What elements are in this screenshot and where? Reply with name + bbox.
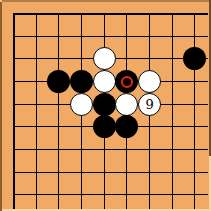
grid-line-vertical [194,13,195,210]
black-stone [47,70,70,93]
white-stone [115,93,138,116]
black-stone [93,115,116,138]
board-frame-corner [0,0,2,2]
board-frame-bottom [2,209,211,211]
board-frame-top [0,0,211,2]
grid-line-horizontal [13,149,209,150]
board-frame-right-lower [209,156,211,211]
grid-line-horizontal [13,194,209,195]
white-stone [70,93,93,116]
black-stone [115,70,138,93]
grid-line-vertical [58,13,59,210]
board-frame-left [0,0,2,211]
black-stone [115,115,138,138]
grid-line-vertical [36,13,37,210]
board-frame-right-upper [209,0,211,156]
black-stone [93,93,116,116]
white-stone: 9 [138,93,161,116]
black-stone [70,70,93,93]
go-diagram-screenshot: 9 [0,0,211,211]
white-stone [93,70,116,93]
white-stone [138,70,161,93]
board-edge-line-vertical [13,13,15,210]
red-circle-marker [121,76,133,88]
grid-line-vertical [172,13,173,210]
white-stone [93,47,116,70]
go-board: 9 [0,0,211,211]
grid-line-horizontal [13,36,209,37]
move-number-label: 9 [145,97,153,111]
grid-line-horizontal [13,172,209,173]
black-stone [183,47,206,70]
board-edge-line-horizontal [13,13,209,15]
